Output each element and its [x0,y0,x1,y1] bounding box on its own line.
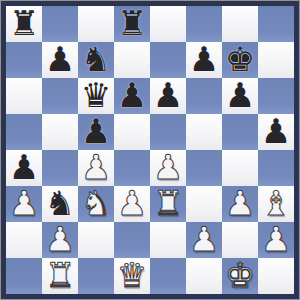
white-king-piece: ♚ [225,257,255,293]
square-c7[interactable]: ♞ [78,42,114,78]
square-d1[interactable]: ♛ [114,258,150,294]
square-g4[interactable] [222,150,258,186]
square-e5[interactable] [150,114,186,150]
square-d2[interactable] [114,222,150,258]
square-c5[interactable]: ♟ [78,114,114,150]
square-c6[interactable]: ♛ [78,78,114,114]
black-knight-piece: ♞ [81,41,111,77]
square-e1[interactable] [150,258,186,294]
square-c8[interactable] [78,6,114,42]
white-knight-piece: ♞ [81,185,111,221]
square-h1[interactable] [258,258,294,294]
square-b6[interactable] [42,78,78,114]
white-pawn-piece: ♟ [225,185,255,221]
white-rook-piece: ♜ [45,257,75,293]
square-d3[interactable]: ♟ [114,186,150,222]
black-pawn-piece: ♟ [189,41,219,77]
square-a1[interactable] [6,258,42,294]
white-pawn-piece: ♟ [81,149,111,185]
square-d8[interactable]: ♜ [114,6,150,42]
white-rook-piece: ♜ [153,185,183,221]
square-e8[interactable] [150,6,186,42]
black-pawn-piece: ♟ [261,113,291,149]
black-rook-piece: ♜ [9,5,39,41]
square-c1[interactable] [78,258,114,294]
square-c3[interactable]: ♞ [78,186,114,222]
square-g1[interactable]: ♚ [222,258,258,294]
square-g6[interactable]: ♟ [222,78,258,114]
white-pawn-piece: ♟ [117,185,147,221]
white-queen-piece: ♛ [117,257,147,293]
square-h8[interactable] [258,6,294,42]
square-a5[interactable] [6,114,42,150]
square-g7[interactable]: ♚ [222,42,258,78]
square-h5[interactable]: ♟ [258,114,294,150]
black-king-piece: ♚ [225,41,255,77]
square-g3[interactable]: ♟ [222,186,258,222]
square-e2[interactable] [150,222,186,258]
square-g5[interactable] [222,114,258,150]
square-b5[interactable] [42,114,78,150]
square-d6[interactable]: ♟ [114,78,150,114]
square-g8[interactable] [222,6,258,42]
white-pawn-piece: ♟ [189,221,219,257]
chess-board-frame: ♜♜♟♞♟♚♛♟♟♟♟♟♟♟♟♟♞♞♟♜♟♝♟♟♟♜♛♚ [0,0,300,300]
square-f3[interactable] [186,186,222,222]
black-pawn-piece: ♟ [45,41,75,77]
square-h2[interactable]: ♟ [258,222,294,258]
black-rook-piece: ♜ [117,5,147,41]
square-f2[interactable]: ♟ [186,222,222,258]
square-a3[interactable]: ♟ [6,186,42,222]
square-f1[interactable] [186,258,222,294]
chess-board: ♜♜♟♞♟♚♛♟♟♟♟♟♟♟♟♟♞♞♟♜♟♝♟♟♟♜♛♚ [6,6,294,294]
square-h7[interactable] [258,42,294,78]
white-pawn-piece: ♟ [261,221,291,257]
black-queen-piece: ♛ [81,77,111,113]
square-b1[interactable]: ♜ [42,258,78,294]
white-pawn-piece: ♟ [9,185,39,221]
black-knight-piece: ♞ [45,185,75,221]
black-pawn-piece: ♟ [81,113,111,149]
square-h4[interactable] [258,150,294,186]
square-b4[interactable] [42,150,78,186]
square-f6[interactable] [186,78,222,114]
square-d4[interactable] [114,150,150,186]
square-f8[interactable] [186,6,222,42]
square-e3[interactable]: ♜ [150,186,186,222]
square-b8[interactable] [42,6,78,42]
square-b7[interactable]: ♟ [42,42,78,78]
square-a4[interactable]: ♟ [6,150,42,186]
square-a7[interactable] [6,42,42,78]
black-pawn-piece: ♟ [153,77,183,113]
square-a6[interactable] [6,78,42,114]
square-f5[interactable] [186,114,222,150]
square-f7[interactable]: ♟ [186,42,222,78]
square-a2[interactable] [6,222,42,258]
black-pawn-piece: ♟ [225,77,255,113]
square-h3[interactable]: ♝ [258,186,294,222]
square-a8[interactable]: ♜ [6,6,42,42]
square-e4[interactable]: ♟ [150,150,186,186]
square-d5[interactable] [114,114,150,150]
square-d7[interactable] [114,42,150,78]
square-g2[interactable] [222,222,258,258]
white-pawn-piece: ♟ [45,221,75,257]
square-e7[interactable] [150,42,186,78]
black-pawn-piece: ♟ [9,149,39,185]
square-h6[interactable] [258,78,294,114]
white-pawn-piece: ♟ [153,149,183,185]
black-pawn-piece: ♟ [117,77,147,113]
square-e6[interactable]: ♟ [150,78,186,114]
square-b3[interactable]: ♞ [42,186,78,222]
square-f4[interactable] [186,150,222,186]
square-b2[interactable]: ♟ [42,222,78,258]
square-c4[interactable]: ♟ [78,150,114,186]
square-c2[interactable] [78,222,114,258]
white-bishop-piece: ♝ [261,185,291,221]
